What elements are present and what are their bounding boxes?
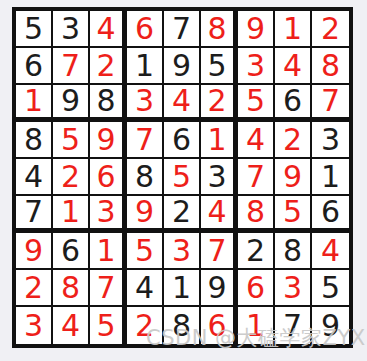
cell-r1c4[interactable]: 6 [127,11,164,48]
cell-r5c7[interactable]: 7 [238,159,275,196]
cell-r7c9[interactable]: 4 [312,233,349,270]
cell-r1c7[interactable]: 9 [238,11,275,48]
cell-r3c8[interactable]: 6 [275,85,312,122]
cell-r7c5[interactable]: 3 [164,233,201,270]
cell-r5c6[interactable]: 3 [201,159,238,196]
cell-r8c5[interactable]: 1 [164,270,201,307]
cell-r6c1[interactable]: 7 [16,196,53,233]
cell-r4c3[interactable]: 9 [90,122,127,159]
cell-r6c9[interactable]: 6 [312,196,349,233]
cell-r7c4[interactable]: 5 [127,233,164,270]
cell-r5c1[interactable]: 4 [16,159,53,196]
cell-r4c6[interactable]: 1 [201,122,238,159]
cell-r8c8[interactable]: 3 [275,270,312,307]
sudoku-board: 5346789126721953481983425678597614234268… [12,7,353,348]
cell-r1c9[interactable]: 2 [312,11,349,48]
cell-r2c3[interactable]: 2 [90,48,127,85]
cell-r4c9[interactable]: 3 [312,122,349,159]
cell-r2c8[interactable]: 4 [275,48,312,85]
cell-r2c6[interactable]: 5 [201,48,238,85]
cell-r3c9[interactable]: 7 [312,85,349,122]
cell-r4c5[interactable]: 6 [164,122,201,159]
cell-r4c8[interactable]: 2 [275,122,312,159]
cell-r3c2[interactable]: 9 [53,85,90,122]
cell-r9c1[interactable]: 3 [16,307,53,344]
cell-r9c2[interactable]: 4 [53,307,90,344]
cell-r5c8[interactable]: 9 [275,159,312,196]
cell-r2c9[interactable]: 8 [312,48,349,85]
cell-r1c1[interactable]: 5 [16,11,53,48]
cell-r3c6[interactable]: 2 [201,85,238,122]
cell-r6c4[interactable]: 9 [127,196,164,233]
cell-r4c1[interactable]: 8 [16,122,53,159]
cell-r6c3[interactable]: 3 [90,196,127,233]
cell-r8c6[interactable]: 9 [201,270,238,307]
cell-r6c5[interactable]: 2 [164,196,201,233]
cell-r2c4[interactable]: 1 [127,48,164,85]
cell-r7c1[interactable]: 9 [16,233,53,270]
cell-r8c4[interactable]: 4 [127,270,164,307]
sudoku-screenshot: 5346789126721953481983425678597614234268… [0,0,367,361]
cell-r9c4[interactable]: 2 [127,307,164,344]
cell-r8c3[interactable]: 7 [90,270,127,307]
cell-r2c7[interactable]: 3 [238,48,275,85]
cell-r4c7[interactable]: 4 [238,122,275,159]
cell-r2c5[interactable]: 9 [164,48,201,85]
cell-r7c8[interactable]: 8 [275,233,312,270]
cell-r6c8[interactable]: 5 [275,196,312,233]
cell-r1c6[interactable]: 8 [201,11,238,48]
cell-r7c7[interactable]: 2 [238,233,275,270]
cell-r6c6[interactable]: 4 [201,196,238,233]
cell-r5c9[interactable]: 1 [312,159,349,196]
cell-r3c7[interactable]: 5 [238,85,275,122]
cell-r5c4[interactable]: 8 [127,159,164,196]
cell-r4c4[interactable]: 7 [127,122,164,159]
cell-r7c6[interactable]: 7 [201,233,238,270]
cell-r6c2[interactable]: 1 [53,196,90,233]
cell-r2c2[interactable]: 7 [53,48,90,85]
cell-r7c3[interactable]: 1 [90,233,127,270]
cell-r1c8[interactable]: 1 [275,11,312,48]
cell-r2c1[interactable]: 6 [16,48,53,85]
cell-r5c5[interactable]: 5 [164,159,201,196]
cell-r3c4[interactable]: 3 [127,85,164,122]
cell-r6c7[interactable]: 8 [238,196,275,233]
cell-r8c9[interactable]: 5 [312,270,349,307]
cell-r9c5[interactable]: 8 [164,307,201,344]
cell-r8c7[interactable]: 6 [238,270,275,307]
cell-r3c3[interactable]: 8 [90,85,127,122]
cell-r1c5[interactable]: 7 [164,11,201,48]
cell-r9c8[interactable]: 7 [275,307,312,344]
cell-r9c9[interactable]: 9 [312,307,349,344]
cell-r4c2[interactable]: 5 [53,122,90,159]
cell-r5c3[interactable]: 6 [90,159,127,196]
cell-r9c6[interactable]: 6 [201,307,238,344]
cell-r1c2[interactable]: 3 [53,11,90,48]
cell-r5c2[interactable]: 2 [53,159,90,196]
cell-r8c1[interactable]: 2 [16,270,53,307]
cell-r1c3[interactable]: 4 [90,11,127,48]
cell-r8c2[interactable]: 8 [53,270,90,307]
cell-r9c3[interactable]: 5 [90,307,127,344]
cell-r3c1[interactable]: 1 [16,85,53,122]
cell-r3c5[interactable]: 4 [164,85,201,122]
cell-r9c7[interactable]: 1 [238,307,275,344]
cell-r7c2[interactable]: 6 [53,233,90,270]
